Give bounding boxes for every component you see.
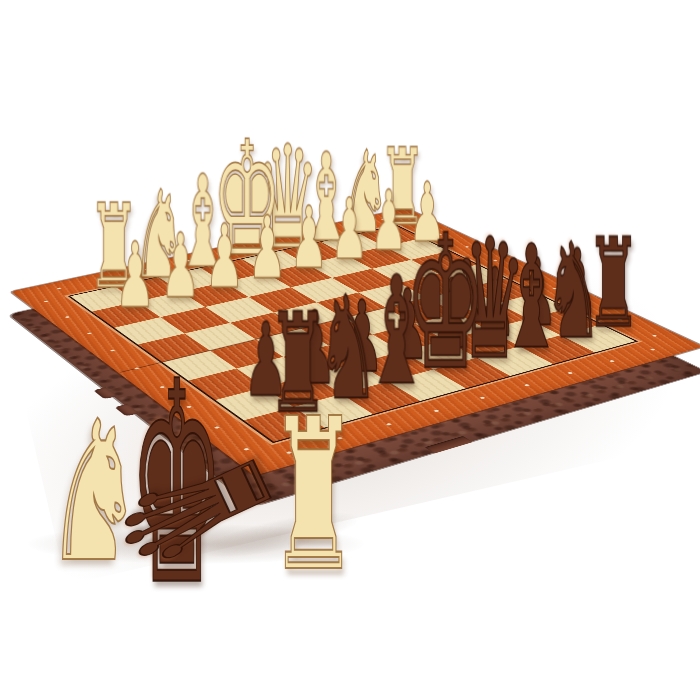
piece-wP-e2: ♟ xyxy=(247,204,285,291)
inlay-dot-icon xyxy=(609,360,615,362)
inlay-dot-icon xyxy=(479,397,485,400)
chess-set-photo: ♜♞♝♚♛♝♞♜♟♟♟♟♟♟♟♟♟♟♟♟♟♟♟♟♜♞♝♚♛♝♞♜ ♞ ♚ ♛ ♜ xyxy=(0,0,700,700)
inlay-dot-icon xyxy=(567,372,573,374)
piece-wP-f2: ♟ xyxy=(204,212,243,300)
inlay-dot-icon xyxy=(43,300,48,302)
inlay-dot-icon xyxy=(57,287,62,289)
inlay-dot-icon xyxy=(87,332,92,334)
piece-wP-g2: ♟ xyxy=(160,221,200,310)
inlay-dot-icon xyxy=(386,423,392,426)
foreground-white-rook: ♜ xyxy=(269,391,359,601)
piece-wP-c2: ♟ xyxy=(330,187,367,271)
inlay-dot-icon xyxy=(524,384,530,386)
inlay-dot-icon xyxy=(652,335,658,337)
inlay-dot-icon xyxy=(433,410,439,413)
inlay-dot-icon xyxy=(650,349,656,351)
inlay-dot-icon xyxy=(65,316,70,318)
inlay-dot-icon xyxy=(110,349,116,351)
piece-wP-h2: ♟ xyxy=(114,230,154,320)
